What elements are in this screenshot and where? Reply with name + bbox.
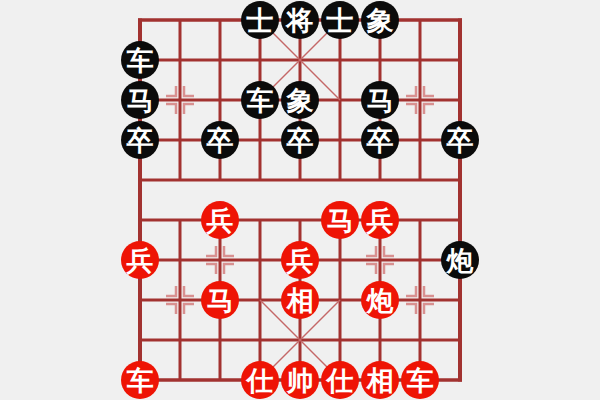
piece-red-cannon[interactable]: 炮	[361, 281, 399, 319]
piece-red-advisor[interactable]: 仕	[241, 361, 279, 399]
piece-red-soldier[interactable]: 兵	[121, 241, 159, 279]
piece-black-horse[interactable]: 马	[361, 81, 399, 119]
piece-black-advisor[interactable]: 士	[241, 1, 279, 39]
xiangqi-board: 士将士象车马车象马卒卒卒卒卒炮兵马兵兵兵马相炮车仕帅仕相车	[0, 0, 600, 400]
piece-red-soldier[interactable]: 兵	[361, 201, 399, 239]
piece-black-elephant[interactable]: 象	[361, 1, 399, 39]
piece-black-general[interactable]: 将	[281, 1, 319, 39]
piece-black-cannon[interactable]: 炮	[441, 241, 479, 279]
piece-black-chariot[interactable]: 车	[241, 81, 279, 119]
piece-red-horse[interactable]: 马	[321, 201, 359, 239]
piece-layer: 士将士象车马车象马卒卒卒卒卒炮兵马兵兵兵马相炮车仕帅仕相车	[120, 0, 480, 400]
piece-red-horse[interactable]: 马	[201, 281, 239, 319]
piece-red-soldier[interactable]: 兵	[201, 201, 239, 239]
piece-black-soldier[interactable]: 卒	[201, 121, 239, 159]
piece-black-soldier[interactable]: 卒	[121, 121, 159, 159]
piece-black-chariot[interactable]: 车	[121, 41, 159, 79]
piece-red-advisor[interactable]: 仕	[321, 361, 359, 399]
piece-black-horse[interactable]: 马	[121, 81, 159, 119]
piece-red-soldier[interactable]: 兵	[281, 241, 319, 279]
piece-red-elephant[interactable]: 相	[281, 281, 319, 319]
piece-red-general[interactable]: 帅	[281, 361, 319, 399]
piece-red-elephant[interactable]: 相	[361, 361, 399, 399]
piece-black-elephant[interactable]: 象	[281, 81, 319, 119]
piece-black-soldier[interactable]: 卒	[361, 121, 399, 159]
piece-black-soldier[interactable]: 卒	[441, 121, 479, 159]
piece-red-chariot[interactable]: 车	[401, 361, 439, 399]
piece-black-soldier[interactable]: 卒	[281, 121, 319, 159]
piece-red-chariot[interactable]: 车	[121, 361, 159, 399]
piece-black-advisor[interactable]: 士	[321, 1, 359, 39]
